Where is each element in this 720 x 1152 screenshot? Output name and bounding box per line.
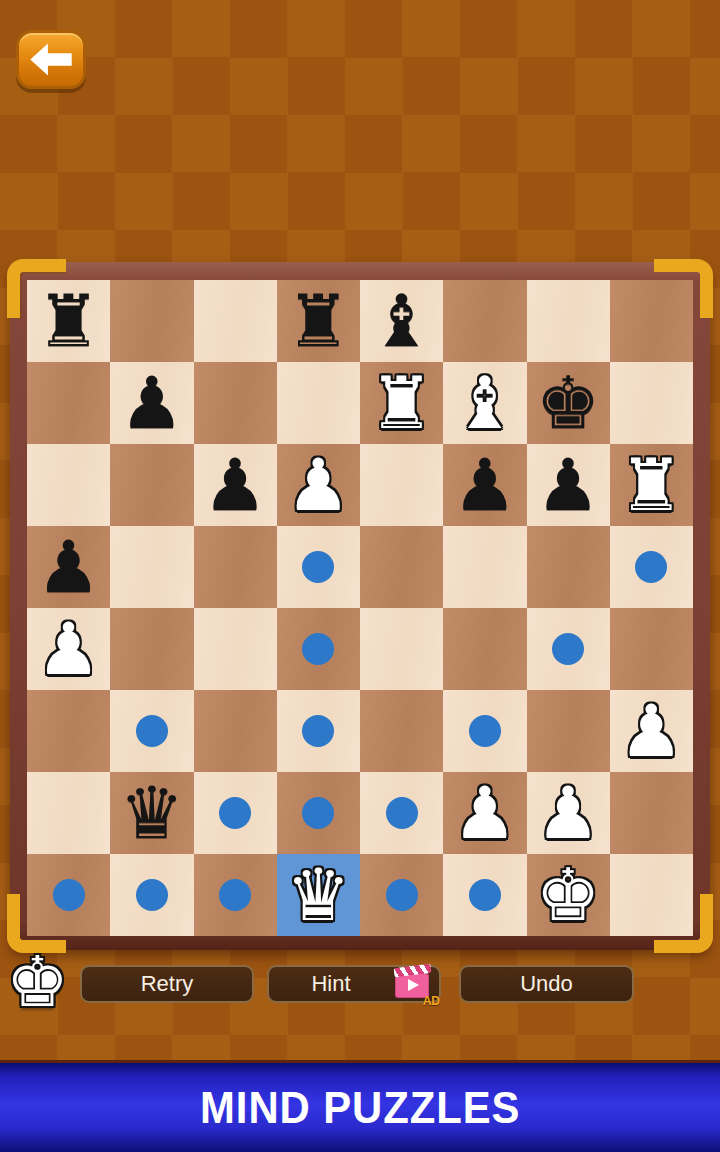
legal-move-dot[interactable] xyxy=(136,879,168,911)
square-c4[interactable] xyxy=(194,608,277,690)
square-b8[interactable] xyxy=(110,280,193,362)
ad-clapperboard-top xyxy=(394,964,432,977)
square-f4[interactable] xyxy=(443,608,526,690)
chess-board-frame: ♜♜♝♟♜♝♚♟♟♟♟♜♟♟♟♛♟♟♛♚ xyxy=(10,262,710,950)
video-ad-icon: AD xyxy=(394,966,434,1002)
square-a8[interactable]: ♜ xyxy=(27,280,110,362)
square-g4[interactable] xyxy=(527,608,610,690)
square-g8[interactable] xyxy=(527,280,610,362)
square-g7[interactable]: ♚ xyxy=(527,362,610,444)
square-g1[interactable]: ♚ xyxy=(527,854,610,936)
square-h3[interactable]: ♟ xyxy=(610,690,693,772)
legal-move-dot[interactable] xyxy=(219,879,251,911)
piece-black-pawn[interactable]: ♟ xyxy=(36,526,101,608)
piece-black-bishop[interactable]: ♝ xyxy=(369,280,434,362)
square-g2[interactable]: ♟ xyxy=(527,772,610,854)
retry-label: Retry xyxy=(141,971,194,997)
legal-move-dot[interactable] xyxy=(552,633,584,665)
square-f8[interactable] xyxy=(443,280,526,362)
square-h8[interactable] xyxy=(610,280,693,362)
undo-label: Undo xyxy=(520,971,573,997)
legal-move-dot[interactable] xyxy=(386,797,418,829)
piece-white-pawn[interactable]: ♟ xyxy=(453,772,518,854)
square-h5[interactable] xyxy=(610,526,693,608)
square-a5[interactable]: ♟ xyxy=(27,526,110,608)
ad-banner[interactable]: MIND PUZZLES xyxy=(0,1060,720,1152)
piece-white-king[interactable]: ♚ xyxy=(536,854,601,936)
square-d7[interactable] xyxy=(277,362,360,444)
square-d6[interactable]: ♟ xyxy=(277,444,360,526)
back-arrow-icon xyxy=(28,41,74,78)
legal-move-dot[interactable] xyxy=(136,715,168,747)
square-c1[interactable] xyxy=(194,854,277,936)
ad-clapperboard-body xyxy=(395,973,429,998)
square-h1[interactable] xyxy=(610,854,693,936)
piece-white-bishop[interactable]: ♝ xyxy=(453,362,518,444)
square-h4[interactable] xyxy=(610,608,693,690)
piece-black-pawn[interactable]: ♟ xyxy=(453,444,518,526)
square-g6[interactable]: ♟ xyxy=(527,444,610,526)
square-d4[interactable] xyxy=(277,608,360,690)
square-a2[interactable] xyxy=(27,772,110,854)
piece-white-pawn[interactable]: ♟ xyxy=(536,772,601,854)
chess-board: ♜♜♝♟♜♝♚♟♟♟♟♜♟♟♟♛♟♟♛♚ xyxy=(27,280,693,936)
white-king-turn-indicator: ♚ xyxy=(6,942,69,1022)
square-d5[interactable] xyxy=(277,526,360,608)
legal-move-dot[interactable] xyxy=(302,797,334,829)
square-c2[interactable] xyxy=(194,772,277,854)
app-screen: ♜♜♝♟♜♝♚♟♟♟♟♜♟♟♟♛♟♟♛♚ ♚ Retry Hint AD Und… xyxy=(0,0,720,1152)
square-d3[interactable] xyxy=(277,690,360,772)
square-d2[interactable] xyxy=(277,772,360,854)
piece-white-pawn[interactable]: ♟ xyxy=(36,608,101,690)
square-b4[interactable] xyxy=(110,608,193,690)
piece-black-pawn[interactable]: ♟ xyxy=(536,444,601,526)
piece-black-queen[interactable]: ♛ xyxy=(120,772,185,854)
square-c5[interactable] xyxy=(194,526,277,608)
piece-white-queen[interactable]: ♛ xyxy=(286,854,351,936)
legal-move-dot[interactable] xyxy=(302,633,334,665)
piece-black-king[interactable]: ♚ xyxy=(536,362,601,444)
legal-move-dot[interactable] xyxy=(386,879,418,911)
square-f5[interactable] xyxy=(443,526,526,608)
square-c3[interactable] xyxy=(194,690,277,772)
square-e8[interactable]: ♝ xyxy=(360,280,443,362)
piece-black-pawn[interactable]: ♟ xyxy=(120,362,185,444)
back-button[interactable] xyxy=(16,30,86,89)
piece-white-pawn[interactable]: ♟ xyxy=(619,690,684,772)
undo-button[interactable]: Undo xyxy=(459,965,634,1003)
square-c7[interactable] xyxy=(194,362,277,444)
legal-move-dot[interactable] xyxy=(469,715,501,747)
legal-move-dot[interactable] xyxy=(469,879,501,911)
ad-badge: AD xyxy=(423,994,440,1008)
square-f2[interactable]: ♟ xyxy=(443,772,526,854)
square-e7[interactable]: ♜ xyxy=(360,362,443,444)
square-e4[interactable] xyxy=(360,608,443,690)
legal-move-dot[interactable] xyxy=(53,879,85,911)
retry-button[interactable]: Retry xyxy=(80,965,254,1003)
square-f3[interactable] xyxy=(443,690,526,772)
square-b6[interactable] xyxy=(110,444,193,526)
hint-label: Hint xyxy=(311,971,350,997)
square-a7[interactable] xyxy=(27,362,110,444)
ad-play-icon xyxy=(408,979,419,991)
square-d8[interactable]: ♜ xyxy=(277,280,360,362)
square-h2[interactable] xyxy=(610,772,693,854)
square-b5[interactable] xyxy=(110,526,193,608)
square-h7[interactable] xyxy=(610,362,693,444)
square-d1[interactable]: ♛ xyxy=(277,854,360,936)
square-a1[interactable] xyxy=(27,854,110,936)
square-a4[interactable]: ♟ xyxy=(27,608,110,690)
square-e1[interactable] xyxy=(360,854,443,936)
square-e3[interactable] xyxy=(360,690,443,772)
square-a3[interactable] xyxy=(27,690,110,772)
square-f6[interactable]: ♟ xyxy=(443,444,526,526)
square-b1[interactable] xyxy=(110,854,193,936)
piece-white-rook[interactable]: ♜ xyxy=(369,362,434,444)
legal-move-dot[interactable] xyxy=(302,551,334,583)
piece-white-rook[interactable]: ♜ xyxy=(619,444,684,526)
square-g3[interactable] xyxy=(527,690,610,772)
square-f1[interactable] xyxy=(443,854,526,936)
legal-move-dot[interactable] xyxy=(219,797,251,829)
square-b3[interactable] xyxy=(110,690,193,772)
piece-black-rook[interactable]: ♜ xyxy=(36,280,101,362)
square-b7[interactable]: ♟ xyxy=(110,362,193,444)
square-c6[interactable]: ♟ xyxy=(194,444,277,526)
square-a6[interactable] xyxy=(27,444,110,526)
square-g5[interactable] xyxy=(527,526,610,608)
square-e2[interactable] xyxy=(360,772,443,854)
square-c8[interactable] xyxy=(194,280,277,362)
piece-black-pawn[interactable]: ♟ xyxy=(203,444,268,526)
square-f7[interactable]: ♝ xyxy=(443,362,526,444)
legal-move-dot[interactable] xyxy=(302,715,334,747)
piece-black-rook[interactable]: ♜ xyxy=(286,280,351,362)
ad-banner-title: MIND PUZZLES xyxy=(200,1082,520,1134)
square-e5[interactable] xyxy=(360,526,443,608)
square-e6[interactable] xyxy=(360,444,443,526)
legal-move-dot[interactable] xyxy=(635,551,667,583)
square-b2[interactable]: ♛ xyxy=(110,772,193,854)
square-h6[interactable]: ♜ xyxy=(610,444,693,526)
piece-white-pawn[interactable]: ♟ xyxy=(286,444,351,526)
hint-button[interactable]: Hint AD xyxy=(267,965,441,1003)
